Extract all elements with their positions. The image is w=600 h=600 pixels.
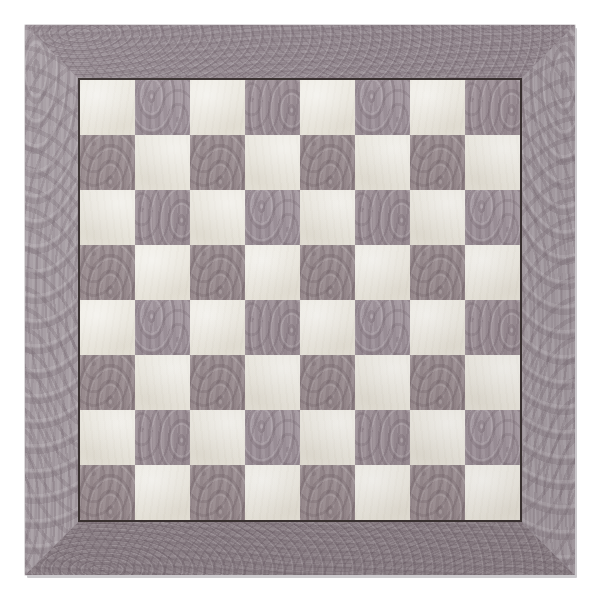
square-b7[interactable] [135, 135, 190, 190]
square-c1[interactable] [190, 465, 245, 520]
square-b3[interactable] [135, 355, 190, 410]
square-g3[interactable] [410, 355, 465, 410]
square-c6[interactable] [190, 190, 245, 245]
square-g6[interactable] [410, 190, 465, 245]
square-c2[interactable] [190, 410, 245, 465]
square-f2[interactable] [355, 410, 410, 465]
square-a3[interactable] [80, 355, 135, 410]
square-d8[interactable] [245, 80, 300, 135]
square-g2[interactable] [410, 410, 465, 465]
square-e5[interactable] [300, 245, 355, 300]
square-d6[interactable] [245, 190, 300, 245]
square-d3[interactable] [245, 355, 300, 410]
chess-board [25, 25, 575, 575]
square-h6[interactable] [465, 190, 520, 245]
square-b6[interactable] [135, 190, 190, 245]
page-background [0, 0, 600, 600]
square-b1[interactable] [135, 465, 190, 520]
square-e8[interactable] [300, 80, 355, 135]
square-b8[interactable] [135, 80, 190, 135]
square-h5[interactable] [465, 245, 520, 300]
square-e7[interactable] [300, 135, 355, 190]
square-c8[interactable] [190, 80, 245, 135]
board-border-bottom [25, 520, 575, 575]
square-a4[interactable] [80, 300, 135, 355]
square-c3[interactable] [190, 355, 245, 410]
square-d5[interactable] [245, 245, 300, 300]
square-e3[interactable] [300, 355, 355, 410]
square-d1[interactable] [245, 465, 300, 520]
square-h1[interactable] [465, 465, 520, 520]
square-g1[interactable] [410, 465, 465, 520]
square-d4[interactable] [245, 300, 300, 355]
board-border-left [25, 25, 80, 575]
square-e4[interactable] [300, 300, 355, 355]
square-d7[interactable] [245, 135, 300, 190]
square-a7[interactable] [80, 135, 135, 190]
square-a2[interactable] [80, 410, 135, 465]
square-e2[interactable] [300, 410, 355, 465]
square-b2[interactable] [135, 410, 190, 465]
square-a5[interactable] [80, 245, 135, 300]
square-g5[interactable] [410, 245, 465, 300]
square-e6[interactable] [300, 190, 355, 245]
square-d2[interactable] [245, 410, 300, 465]
square-g4[interactable] [410, 300, 465, 355]
square-h7[interactable] [465, 135, 520, 190]
square-a8[interactable] [80, 80, 135, 135]
square-f4[interactable] [355, 300, 410, 355]
square-f8[interactable] [355, 80, 410, 135]
square-f5[interactable] [355, 245, 410, 300]
square-a6[interactable] [80, 190, 135, 245]
square-g8[interactable] [410, 80, 465, 135]
square-e1[interactable] [300, 465, 355, 520]
square-g7[interactable] [410, 135, 465, 190]
square-c4[interactable] [190, 300, 245, 355]
square-f6[interactable] [355, 190, 410, 245]
board-border-right [520, 25, 575, 575]
board-playing-field [78, 78, 522, 522]
square-c7[interactable] [190, 135, 245, 190]
square-b5[interactable] [135, 245, 190, 300]
square-h2[interactable] [465, 410, 520, 465]
square-f3[interactable] [355, 355, 410, 410]
square-b4[interactable] [135, 300, 190, 355]
square-a1[interactable] [80, 465, 135, 520]
square-f7[interactable] [355, 135, 410, 190]
square-h4[interactable] [465, 300, 520, 355]
square-h3[interactable] [465, 355, 520, 410]
board-border-top [25, 25, 575, 80]
square-h8[interactable] [465, 80, 520, 135]
square-f1[interactable] [355, 465, 410, 520]
square-c5[interactable] [190, 245, 245, 300]
